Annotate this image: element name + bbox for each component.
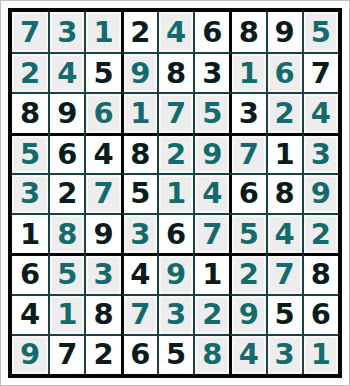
cell-r7c8[interactable]: 7 bbox=[266, 253, 302, 293]
cell-r7c1[interactable]: 6 bbox=[12, 253, 48, 293]
cell-r1c9[interactable]: 5 bbox=[302, 12, 338, 52]
cell-r6c3[interactable]: 9 bbox=[84, 213, 120, 253]
cell-r3c3[interactable]: 6 bbox=[84, 92, 120, 132]
cell-r9c1[interactable]: 9 bbox=[12, 334, 48, 374]
cell-r2c2[interactable]: 4 bbox=[48, 52, 84, 92]
cell-r8c2[interactable]: 1 bbox=[48, 294, 84, 334]
cell-r5c9[interactable]: 9 bbox=[302, 173, 338, 213]
cell-r7c3[interactable]: 3 bbox=[84, 253, 120, 293]
cell-r5c7[interactable]: 6 bbox=[229, 173, 265, 213]
cell-r7c6[interactable]: 1 bbox=[193, 253, 229, 293]
cell-r2c3[interactable]: 5 bbox=[84, 52, 120, 92]
cell-r9c8[interactable]: 3 bbox=[266, 334, 302, 374]
cell-r7c5[interactable]: 9 bbox=[157, 253, 193, 293]
cell-r2c8[interactable]: 6 bbox=[266, 52, 302, 92]
cell-r2c9[interactable]: 7 bbox=[302, 52, 338, 92]
cell-r9c6[interactable]: 8 bbox=[193, 334, 229, 374]
cell-r7c2[interactable]: 5 bbox=[48, 253, 84, 293]
cell-r4c7[interactable]: 7 bbox=[229, 133, 265, 173]
cell-r1c7[interactable]: 8 bbox=[229, 12, 265, 52]
cell-r4c4[interactable]: 8 bbox=[121, 133, 157, 173]
cell-r1c2[interactable]: 3 bbox=[48, 12, 84, 52]
cell-r4c6[interactable]: 9 bbox=[193, 133, 229, 173]
cell-r3c7[interactable]: 3 bbox=[229, 92, 265, 132]
cell-r9c3[interactable]: 2 bbox=[84, 334, 120, 374]
cell-r9c5[interactable]: 5 bbox=[157, 334, 193, 374]
cell-r6c6[interactable]: 7 bbox=[193, 213, 229, 253]
cell-r6c4[interactable]: 3 bbox=[121, 213, 157, 253]
cell-r5c2[interactable]: 2 bbox=[48, 173, 84, 213]
cell-r4c1[interactable]: 5 bbox=[12, 133, 48, 173]
cell-r3c9[interactable]: 4 bbox=[302, 92, 338, 132]
cell-r6c8[interactable]: 4 bbox=[266, 213, 302, 253]
cell-r9c7[interactable]: 4 bbox=[229, 334, 265, 374]
sudoku-page: 7312468952459831678961753245648297133275… bbox=[0, 0, 350, 386]
cell-r2c7[interactable]: 1 bbox=[229, 52, 265, 92]
cell-r1c1[interactable]: 7 bbox=[12, 12, 48, 52]
cell-r1c4[interactable]: 2 bbox=[121, 12, 157, 52]
cell-r8c1[interactable]: 4 bbox=[12, 294, 48, 334]
cell-r1c6[interactable]: 6 bbox=[193, 12, 229, 52]
cell-r8c7[interactable]: 9 bbox=[229, 294, 265, 334]
cell-r5c6[interactable]: 4 bbox=[193, 173, 229, 213]
cell-r1c8[interactable]: 9 bbox=[266, 12, 302, 52]
cell-r4c5[interactable]: 2 bbox=[157, 133, 193, 173]
cell-r2c6[interactable]: 3 bbox=[193, 52, 229, 92]
cell-r7c7[interactable]: 2 bbox=[229, 253, 265, 293]
cell-r8c4[interactable]: 7 bbox=[121, 294, 157, 334]
cell-r2c1[interactable]: 2 bbox=[12, 52, 48, 92]
cell-r8c6[interactable]: 2 bbox=[193, 294, 229, 334]
cell-r6c9[interactable]: 2 bbox=[302, 213, 338, 253]
cell-r6c2[interactable]: 8 bbox=[48, 213, 84, 253]
cell-r2c5[interactable]: 8 bbox=[157, 52, 193, 92]
cell-r4c9[interactable]: 3 bbox=[302, 133, 338, 173]
cell-r1c5[interactable]: 4 bbox=[157, 12, 193, 52]
cell-r4c8[interactable]: 1 bbox=[266, 133, 302, 173]
cell-r9c9[interactable]: 1 bbox=[302, 334, 338, 374]
cell-r9c2[interactable]: 7 bbox=[48, 334, 84, 374]
cell-r6c7[interactable]: 5 bbox=[229, 213, 265, 253]
cell-r7c9[interactable]: 8 bbox=[302, 253, 338, 293]
cell-r3c6[interactable]: 5 bbox=[193, 92, 229, 132]
sudoku-board: 7312468952459831678961753245648297133275… bbox=[8, 8, 342, 378]
cell-r5c5[interactable]: 1 bbox=[157, 173, 193, 213]
cell-r3c4[interactable]: 1 bbox=[121, 92, 157, 132]
cell-r3c1[interactable]: 8 bbox=[12, 92, 48, 132]
cell-r8c5[interactable]: 3 bbox=[157, 294, 193, 334]
cell-r6c5[interactable]: 6 bbox=[157, 213, 193, 253]
cell-r5c4[interactable]: 5 bbox=[121, 173, 157, 213]
cell-r8c3[interactable]: 8 bbox=[84, 294, 120, 334]
cell-r9c4[interactable]: 6 bbox=[121, 334, 157, 374]
cell-r5c8[interactable]: 8 bbox=[266, 173, 302, 213]
cell-r3c5[interactable]: 7 bbox=[157, 92, 193, 132]
cell-r5c3[interactable]: 7 bbox=[84, 173, 120, 213]
cell-r3c2[interactable]: 9 bbox=[48, 92, 84, 132]
cell-r3c8[interactable]: 2 bbox=[266, 92, 302, 132]
cell-r6c1[interactable]: 1 bbox=[12, 213, 48, 253]
cell-r4c3[interactable]: 4 bbox=[84, 133, 120, 173]
cell-r8c8[interactable]: 5 bbox=[266, 294, 302, 334]
cell-r5c1[interactable]: 3 bbox=[12, 173, 48, 213]
cell-r8c9[interactable]: 6 bbox=[302, 294, 338, 334]
cell-r7c4[interactable]: 4 bbox=[121, 253, 157, 293]
cell-r4c2[interactable]: 6 bbox=[48, 133, 84, 173]
cell-r2c4[interactable]: 9 bbox=[121, 52, 157, 92]
cell-r1c3[interactable]: 1 bbox=[84, 12, 120, 52]
